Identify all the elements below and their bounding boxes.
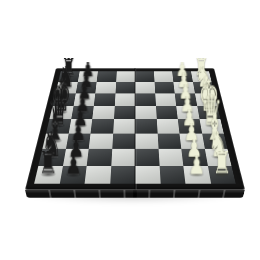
cell-f4 <box>135 93 156 105</box>
cell-a4 <box>135 166 160 184</box>
cell-a1: ♜ <box>207 166 235 184</box>
cell-f5 <box>114 93 135 105</box>
cell-h4 <box>135 71 154 82</box>
cell-d6 <box>91 119 114 133</box>
piece-white-rook-a1[interactable]: ♜ <box>212 151 231 176</box>
cell-a8: ♜ <box>34 166 62 184</box>
cell-h3 <box>154 71 174 82</box>
cell-e5 <box>114 106 135 119</box>
cell-e6 <box>92 106 114 119</box>
piece-white-pawn-a2[interactable]: ♟ <box>188 155 205 175</box>
cell-g5 <box>115 82 135 93</box>
cell-g4 <box>135 82 155 93</box>
cell-g6 <box>95 82 116 93</box>
cell-a7: ♟ <box>59 166 86 184</box>
cell-a3 <box>159 166 185 184</box>
piece-black-pawn-a7[interactable]: ♟ <box>65 155 82 175</box>
cell-g3 <box>154 82 175 93</box>
chess-set-photo: ♜♟♟♜♞♟♟♞♝♟♟♝♚♟♟♚♛♟♟♛♝♟♟♝♞♟♟♞♜♟♟♜ <box>0 0 260 260</box>
cell-c6 <box>89 133 113 148</box>
cell-a5 <box>110 166 135 184</box>
cell-c4 <box>135 133 158 148</box>
cell-d3 <box>156 119 179 133</box>
cell-d4 <box>135 119 157 133</box>
cell-f6 <box>94 93 115 105</box>
cell-e4 <box>135 106 156 119</box>
cell-h6 <box>97 71 117 82</box>
board-front-edge <box>25 190 245 198</box>
cell-e3 <box>156 106 178 119</box>
cell-b6 <box>87 149 112 166</box>
cell-f3 <box>155 93 176 105</box>
cell-a2: ♟ <box>183 166 210 184</box>
cell-c3 <box>157 133 181 148</box>
scene: ♜♟♟♜♞♟♟♞♝♟♟♝♚♟♟♚♛♟♟♛♝♟♟♝♞♟♟♞♜♟♟♜ <box>0 0 260 260</box>
cell-b4 <box>135 149 159 166</box>
cell-d5 <box>113 119 135 133</box>
cell-a6 <box>85 166 111 184</box>
piece-black-rook-a8[interactable]: ♜ <box>39 151 58 176</box>
cell-b3 <box>158 149 183 166</box>
chess-board: ♜♟♟♜♞♟♟♞♝♟♟♝♚♟♟♚♛♟♟♛♝♟♟♝♞♟♟♞♜♟♟♜ <box>25 68 245 189</box>
cell-c5 <box>112 133 135 148</box>
cell-b5 <box>111 149 135 166</box>
cell-h5 <box>116 71 135 82</box>
